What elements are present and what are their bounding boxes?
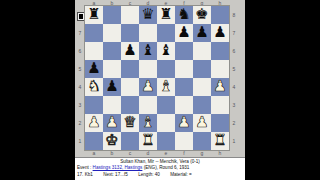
- square-e4[interactable]: ♝: [157, 78, 175, 96]
- file-label-h: h: [211, 150, 229, 156]
- rank-labels-left: 87654321: [76, 6, 84, 150]
- square-g3[interactable]: [193, 96, 211, 114]
- white-bishop: ♝: [139, 114, 157, 132]
- square-f4[interactable]: [175, 78, 193, 96]
- square-c6[interactable]: ♟: [121, 42, 139, 60]
- event-label: Event :: [77, 165, 93, 170]
- file-label-g: g: [193, 150, 211, 156]
- material-balance: Material: =: [170, 172, 192, 177]
- black-pawn: ♟: [121, 42, 139, 60]
- square-g1[interactable]: [193, 132, 211, 150]
- white-pawn: ♟: [193, 114, 211, 132]
- rank-label-2: 2: [230, 114, 238, 132]
- square-a6[interactable]: [85, 42, 103, 60]
- white-pawn: ♟: [139, 78, 157, 96]
- square-a4[interactable]: ♞: [85, 78, 103, 96]
- white-pawn: ♟: [175, 114, 193, 132]
- rank-label-5: 5: [230, 60, 238, 78]
- black-pawn: ♟: [211, 24, 229, 42]
- square-c3[interactable]: [121, 96, 139, 114]
- square-d7[interactable]: [139, 24, 157, 42]
- square-f7[interactable]: ♟: [175, 24, 193, 42]
- black-knight: ♞: [175, 6, 193, 24]
- square-h8[interactable]: [211, 6, 229, 24]
- chess-gui-panel: abcdefgh abcdefgh 87654321 87654321 ♜♛♜♞…: [75, 0, 245, 180]
- square-d3[interactable]: [139, 96, 157, 114]
- square-c4[interactable]: [121, 78, 139, 96]
- black-pawn: ♟: [85, 60, 103, 78]
- square-e3[interactable]: [157, 96, 175, 114]
- rank-label-4: 4: [230, 78, 238, 96]
- square-g6[interactable]: [193, 42, 211, 60]
- square-c2[interactable]: ♛: [121, 114, 139, 132]
- white-rook: ♜: [211, 132, 229, 150]
- square-b3[interactable]: [103, 96, 121, 114]
- rank-label-7: 7: [76, 24, 84, 42]
- black-bishop: ♝: [139, 42, 157, 60]
- rank-labels-right: 87654321: [230, 6, 238, 150]
- square-d4[interactable]: ♟: [139, 78, 157, 96]
- white-rook: ♜: [139, 132, 157, 150]
- square-d2[interactable]: ♝: [139, 114, 157, 132]
- rank-label-6: 6: [230, 42, 238, 60]
- black-pawn: ♟: [175, 24, 193, 42]
- rank-label-3: 3: [76, 96, 84, 114]
- black-pawn: ♟: [103, 78, 121, 96]
- rank-label-7: 7: [230, 24, 238, 42]
- black-pawn: ♟: [193, 24, 211, 42]
- square-a5[interactable]: ♟: [85, 60, 103, 78]
- square-b5[interactable]: [103, 60, 121, 78]
- black-king: ♚: [193, 6, 211, 24]
- file-label-b: b: [103, 150, 121, 156]
- square-d5[interactable]: [139, 60, 157, 78]
- event-line: Event : Hastings 3132, Hastings (ENG), R…: [75, 165, 245, 171]
- black-rook: ♜: [85, 6, 103, 24]
- letterbox-left: [0, 0, 75, 180]
- rank-label-4: 4: [76, 78, 84, 96]
- square-a8[interactable]: ♜: [85, 6, 103, 24]
- file-label-c: c: [121, 150, 139, 156]
- file-label-f: f: [175, 150, 193, 156]
- square-h4[interactable]: ♟: [211, 78, 229, 96]
- square-b4[interactable]: ♟: [103, 78, 121, 96]
- last-move: 17. Kb1: [77, 172, 93, 177]
- white-queen: ♛: [121, 114, 139, 132]
- square-h1[interactable]: ♜: [211, 132, 229, 150]
- white-knight: ♞: [85, 78, 103, 96]
- black-rook: ♜: [157, 6, 175, 24]
- square-b7[interactable]: [103, 24, 121, 42]
- square-b6[interactable]: [103, 42, 121, 60]
- file-label-a: a: [85, 150, 103, 156]
- rank-label-5: 5: [76, 60, 84, 78]
- event-details: (ENG), Round 6, 1931: [142, 165, 189, 170]
- square-c7[interactable]: [121, 24, 139, 42]
- black-queen: ♛: [139, 6, 157, 24]
- square-g4[interactable]: [193, 78, 211, 96]
- square-a3[interactable]: [85, 96, 103, 114]
- square-f3[interactable]: [175, 96, 193, 114]
- square-g5[interactable]: [193, 60, 211, 78]
- square-h6[interactable]: [211, 42, 229, 60]
- square-b2[interactable]: ♟: [103, 114, 121, 132]
- square-h7[interactable]: ♟: [211, 24, 229, 42]
- black-bishop: ♝: [157, 42, 175, 60]
- square-f6[interactable]: [175, 42, 193, 60]
- square-c8[interactable]: [121, 6, 139, 24]
- letterbox-right: [245, 0, 320, 180]
- rank-label-6: 6: [76, 42, 84, 60]
- rank-label-3: 3: [230, 96, 238, 114]
- square-f8[interactable]: ♞: [175, 6, 193, 24]
- rank-label-8: 8: [230, 6, 238, 24]
- square-e1[interactable]: [157, 132, 175, 150]
- file-label-e: e: [157, 150, 175, 156]
- white-king: ♚: [103, 132, 121, 150]
- video-frame: abcdefgh abcdefgh 87654321 87654321 ♜♛♜♞…: [0, 0, 320, 180]
- game-info-footer: Sultan Khan, Mir -- Menchik, Vera (0-1) …: [75, 157, 245, 180]
- square-d6[interactable]: ♝: [139, 42, 157, 60]
- white-pawn: ♟: [103, 114, 121, 132]
- file-labels-bottom: abcdefgh: [85, 150, 229, 156]
- game-length: Length: 40: [138, 172, 160, 177]
- square-a7[interactable]: [85, 24, 103, 42]
- white-pawn: ♟: [85, 114, 103, 132]
- white-pawn: ♟: [211, 78, 229, 96]
- square-a1[interactable]: [85, 132, 103, 150]
- square-f1[interactable]: [175, 132, 193, 150]
- square-e5[interactable]: [157, 60, 175, 78]
- square-a2[interactable]: ♟: [85, 114, 103, 132]
- square-h3[interactable]: [211, 96, 229, 114]
- square-e7[interactable]: [157, 24, 175, 42]
- file-label-d: d: [139, 150, 157, 156]
- rank-label-1: 1: [76, 132, 84, 150]
- square-g7[interactable]: ♟: [193, 24, 211, 42]
- square-g8[interactable]: ♚: [193, 6, 211, 24]
- side-to-move-indicator: [78, 13, 84, 20]
- next-move: Next: 17...f5: [103, 172, 128, 177]
- square-g2[interactable]: ♟: [193, 114, 211, 132]
- white-bishop: ♝: [157, 78, 175, 96]
- square-c1[interactable]: [121, 132, 139, 150]
- square-h5[interactable]: [211, 60, 229, 78]
- board: ♜♛♜♞♚♟♟♟♟♝♝♟♞♟♟♝♟♟♟♛♝♟♟♚♜♜: [85, 6, 229, 150]
- square-b8[interactable]: [103, 6, 121, 24]
- square-c5[interactable]: [121, 60, 139, 78]
- square-d8[interactable]: ♛: [139, 6, 157, 24]
- square-e6[interactable]: ♝: [157, 42, 175, 60]
- square-e8[interactable]: ♜: [157, 6, 175, 24]
- rank-label-2: 2: [76, 114, 84, 132]
- square-f5[interactable]: [175, 60, 193, 78]
- square-d1[interactable]: ♜: [139, 132, 157, 150]
- square-e2[interactable]: [157, 114, 175, 132]
- rank-label-1: 1: [230, 132, 238, 150]
- square-f2[interactable]: ♟: [175, 114, 193, 132]
- event-link[interactable]: Hastings 3132, Hastings: [93, 165, 143, 170]
- move-info-line: 17. Kb1 Next: 17...f5 Length: 40 Materia…: [75, 172, 245, 178]
- square-b1[interactable]: ♚: [103, 132, 121, 150]
- square-h2[interactable]: [211, 114, 229, 132]
